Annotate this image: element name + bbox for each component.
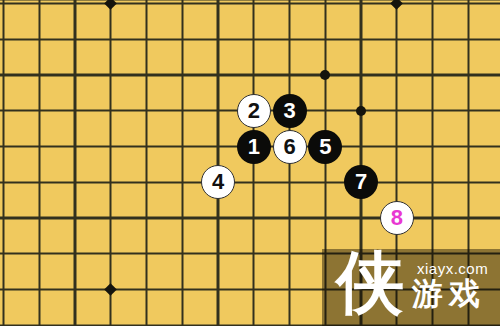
go-diagram: 12345678 侠 xiayx.com 游戏 xyxy=(0,0,500,326)
intersection: 3 xyxy=(272,93,308,129)
intersection: 6 xyxy=(272,129,308,165)
stone-4-white: 4 xyxy=(201,165,235,199)
watermark: 侠 xiayx.com 游戏 xyxy=(322,249,500,326)
stone-5-black: 5 xyxy=(308,130,342,164)
hoshi-marker xyxy=(379,0,415,21)
intersection: 5 xyxy=(307,129,343,165)
hoshi-marker xyxy=(93,272,129,308)
intersection: 7 xyxy=(343,164,379,200)
point-marker xyxy=(307,57,343,93)
stone-8-white: 8 xyxy=(380,201,414,235)
stone-7-black: 7 xyxy=(344,165,378,199)
intersection: 8 xyxy=(379,200,415,236)
intersection: 1 xyxy=(236,129,272,165)
intersection: 4 xyxy=(200,164,236,200)
watermark-logo-char: 侠 xyxy=(336,249,404,317)
hoshi-diamond-icon xyxy=(104,283,117,296)
watermark-brand: 游戏 xyxy=(412,278,486,309)
stone-6-white: 6 xyxy=(273,130,307,164)
point-dot-icon xyxy=(356,106,366,116)
hoshi-diamond-icon xyxy=(390,0,403,10)
hoshi-diamond-icon xyxy=(104,0,117,10)
stone-2-white: 2 xyxy=(237,94,271,128)
stone-1-black: 1 xyxy=(237,130,271,164)
point-dot-icon xyxy=(320,70,330,80)
point-marker xyxy=(343,93,379,129)
hoshi-marker xyxy=(93,0,129,21)
intersection: 2 xyxy=(236,93,272,129)
stone-3-black: 3 xyxy=(273,94,307,128)
